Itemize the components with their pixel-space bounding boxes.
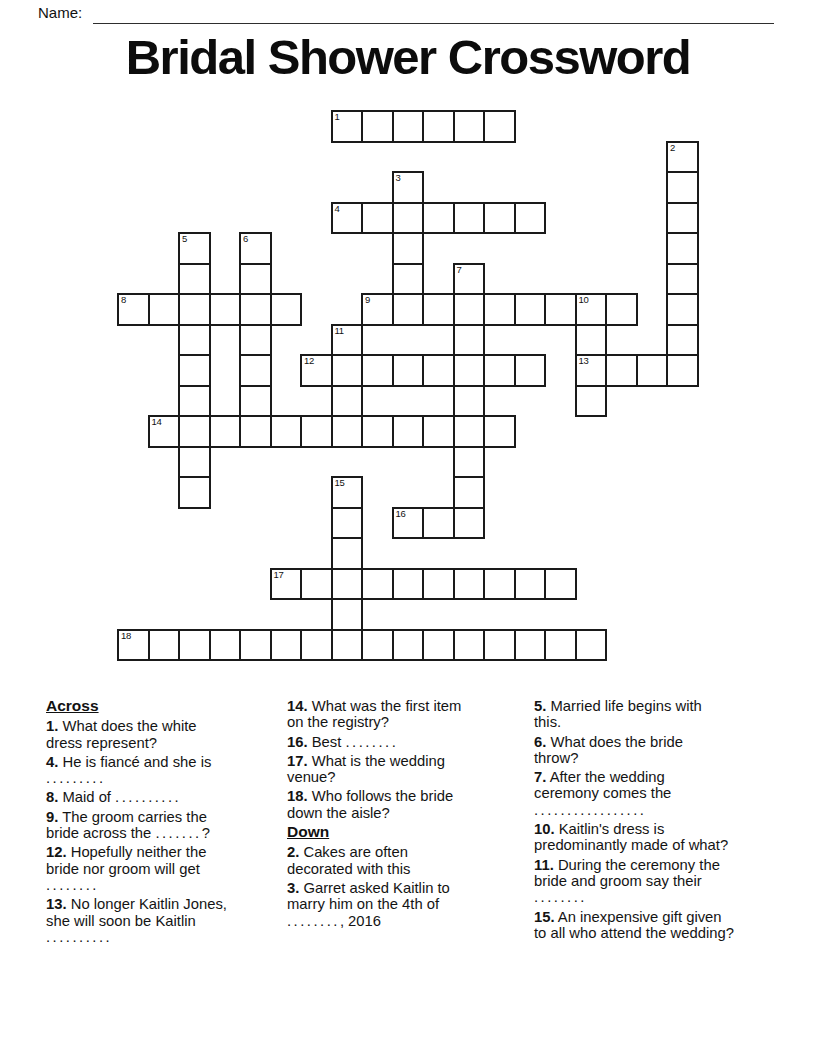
clue-num-label: 18. bbox=[287, 788, 308, 804]
clue-number: 15 bbox=[335, 477, 345, 488]
clue-number: 5 bbox=[182, 233, 187, 244]
grid-cell[interactable] bbox=[483, 110, 516, 143]
grid-cell[interactable] bbox=[239, 415, 272, 448]
grid-cell[interactable] bbox=[605, 354, 638, 387]
grid-cell[interactable] bbox=[331, 568, 364, 601]
clue-number: 9 bbox=[365, 294, 370, 305]
clue-text: The groom carries the bride across the .… bbox=[46, 809, 210, 841]
grid-cell[interactable] bbox=[270, 293, 303, 326]
clue-num-label: 6. bbox=[534, 734, 546, 750]
clue-num-label: 10. bbox=[534, 821, 555, 837]
grid-cell[interactable] bbox=[209, 293, 242, 326]
grid-cell[interactable] bbox=[239, 263, 272, 296]
clue-across-9: 9. The groom carries the bride across th… bbox=[46, 809, 278, 842]
grid-cell[interactable] bbox=[483, 202, 516, 235]
grid-cell[interactable] bbox=[148, 293, 181, 326]
clue-num-label: 12. bbox=[46, 844, 67, 860]
clue-num-label: 3. bbox=[287, 880, 299, 896]
grid-cell[interactable] bbox=[453, 110, 486, 143]
clue-across-12: 12. Hopefully neither the bride nor groo… bbox=[46, 844, 278, 893]
clue-number: 3 bbox=[396, 172, 401, 183]
grid-cell[interactable] bbox=[300, 629, 333, 662]
grid-cell[interactable] bbox=[514, 293, 547, 326]
clue-text: Best ........ bbox=[308, 734, 399, 750]
grid-cell[interactable] bbox=[483, 293, 516, 326]
clue-number: 16 bbox=[396, 508, 406, 519]
clue-number: 8 bbox=[121, 294, 126, 305]
grid-cell[interactable]: 10 bbox=[575, 293, 608, 326]
clue-across-17: 17. What is the wedding venue? bbox=[287, 753, 521, 786]
grid-cell[interactable] bbox=[331, 507, 364, 540]
grid-cell[interactable] bbox=[392, 110, 425, 143]
grid-cell[interactable] bbox=[422, 202, 455, 235]
grid-cell[interactable] bbox=[331, 629, 364, 662]
clues-column-2: 14. What was the first item on the regis… bbox=[287, 698, 521, 932]
clue-num-label: 7. bbox=[534, 769, 546, 785]
across-heading: Across bbox=[46, 698, 278, 714]
grid-cell[interactable] bbox=[209, 629, 242, 662]
grid-cell[interactable]: 6 bbox=[239, 232, 272, 265]
clue-across-8: 8. Maid of .......... bbox=[46, 789, 278, 805]
clue-num-label: 8. bbox=[46, 789, 58, 805]
grid-cell[interactable] bbox=[361, 629, 394, 662]
grid-cell[interactable]: 16 bbox=[392, 507, 425, 540]
grid-cell[interactable] bbox=[331, 598, 364, 631]
page-title: Bridal Shower Crossword bbox=[0, 28, 816, 87]
name-label: Name: bbox=[38, 4, 82, 21]
grid-cell[interactable] bbox=[331, 385, 364, 418]
clue-text: No longer Kaitlin Jones, she will soon b… bbox=[46, 896, 227, 945]
grid-cell[interactable] bbox=[239, 324, 272, 357]
grid-cell[interactable] bbox=[575, 385, 608, 418]
grid-cell[interactable] bbox=[361, 110, 394, 143]
clue-num-label: 1. bbox=[46, 718, 58, 734]
clue-number: 6 bbox=[243, 233, 248, 244]
grid-cell[interactable] bbox=[178, 324, 211, 357]
grid-cell[interactable] bbox=[300, 415, 333, 448]
grid-cell[interactable] bbox=[239, 293, 272, 326]
clue-num-label: 17. bbox=[287, 753, 308, 769]
grid-cell[interactable] bbox=[422, 568, 455, 601]
grid-cell[interactable] bbox=[422, 415, 455, 448]
grid-cell[interactable] bbox=[361, 202, 394, 235]
clue-text: After the wedding ceremony comes the ...… bbox=[534, 769, 671, 818]
grid-cell[interactable] bbox=[178, 354, 211, 387]
grid-cell[interactable]: 4 bbox=[331, 202, 364, 235]
grid-cell[interactable] bbox=[392, 263, 425, 296]
clue-text: Kaitlin's dress is predominantly made of… bbox=[534, 821, 728, 853]
clue-across-18: 18. Who follows the bride down the aisle… bbox=[287, 788, 521, 821]
grid-cell[interactable] bbox=[239, 354, 272, 387]
clue-across-14: 14. What was the first item on the regis… bbox=[287, 698, 521, 731]
down-heading: Down bbox=[287, 824, 521, 840]
grid-cell[interactable]: 14 bbox=[148, 415, 181, 448]
grid-cell[interactable] bbox=[178, 415, 211, 448]
grid-cell[interactable]: 2 bbox=[666, 141, 699, 174]
grid-cell[interactable] bbox=[666, 232, 699, 265]
grid-cell[interactable]: 12 bbox=[300, 354, 333, 387]
clue-text: What is the wedding venue? bbox=[287, 753, 445, 785]
clue-text: Hopefully neither the bride nor groom wi… bbox=[46, 844, 206, 893]
grid-cell[interactable] bbox=[453, 507, 486, 540]
clues-column-1: Across1. What does the white dress repre… bbox=[46, 698, 278, 948]
clue-num-label: 14. bbox=[287, 698, 308, 714]
clue-text: Who follows the bride down the aisle? bbox=[287, 788, 453, 820]
grid-cell[interactable] bbox=[239, 629, 272, 662]
clue-number: 4 bbox=[335, 203, 340, 214]
grid-cell[interactable] bbox=[148, 629, 181, 662]
clue-across-16: 16. Best ........ bbox=[287, 734, 521, 750]
grid-cell[interactable] bbox=[483, 568, 516, 601]
grid-cell[interactable] bbox=[331, 537, 364, 570]
clue-num-label: 16. bbox=[287, 734, 308, 750]
grid-cell[interactable] bbox=[392, 202, 425, 235]
grid-cell[interactable] bbox=[453, 293, 486, 326]
grid-cell[interactable] bbox=[361, 568, 394, 601]
clue-text: An inexpensive gift given to all who att… bbox=[534, 909, 734, 941]
grid-cell[interactable] bbox=[422, 293, 455, 326]
clue-number: 18 bbox=[121, 630, 131, 641]
grid-cell[interactable] bbox=[636, 354, 669, 387]
grid-cell[interactable] bbox=[666, 171, 699, 204]
grid-cell[interactable] bbox=[453, 202, 486, 235]
grid-cell[interactable] bbox=[270, 415, 303, 448]
clue-across-1: 1. What does the white dress represent? bbox=[46, 718, 278, 751]
clue-number: 10 bbox=[579, 294, 589, 305]
grid-cell[interactable]: 17 bbox=[270, 568, 303, 601]
grid-cell[interactable] bbox=[270, 629, 303, 662]
clue-number: 12 bbox=[304, 355, 314, 366]
crossword-grid: 123456789101112131415161718 bbox=[117, 110, 698, 661]
grid-cell[interactable]: 9 bbox=[361, 293, 394, 326]
grid-cell[interactable] bbox=[178, 476, 211, 509]
grid-cell[interactable] bbox=[331, 415, 364, 448]
grid-cell[interactable] bbox=[483, 415, 516, 448]
grid-cell[interactable] bbox=[331, 354, 364, 387]
clue-text: What does the bride throw? bbox=[534, 734, 683, 766]
grid-cell[interactable]: 15 bbox=[331, 476, 364, 509]
grid-cell[interactable] bbox=[514, 568, 547, 601]
clue-down-15: 15. An inexpensive gift given to all who… bbox=[534, 909, 796, 942]
clue-across-4: 4. He is fiancé and she is ......... bbox=[46, 754, 278, 787]
grid-cell[interactable] bbox=[483, 629, 516, 662]
grid-cell[interactable] bbox=[453, 415, 486, 448]
clue-text: Married life begins with this. bbox=[534, 698, 702, 730]
grid-cell[interactable] bbox=[666, 202, 699, 235]
clue-down-3: 3. Garret asked Kaitlin to marry him on … bbox=[287, 880, 521, 929]
clue-num-label: 13. bbox=[46, 896, 67, 912]
clue-num-label: 9. bbox=[46, 809, 58, 825]
grid-cell[interactable] bbox=[392, 629, 425, 662]
grid-cell[interactable] bbox=[544, 568, 577, 601]
grid-cell[interactable]: 5 bbox=[178, 232, 211, 265]
grid-cell[interactable] bbox=[422, 507, 455, 540]
grid-cell[interactable] bbox=[361, 354, 394, 387]
clue-down-11: 11. During the ceremony the bride and gr… bbox=[534, 857, 796, 906]
grid-cell[interactable] bbox=[300, 568, 333, 601]
clue-text: Maid of .......... bbox=[58, 789, 181, 805]
grid-cell[interactable] bbox=[453, 629, 486, 662]
grid-cell[interactable]: 8 bbox=[117, 293, 150, 326]
grid-cell[interactable] bbox=[178, 263, 211, 296]
grid-cell[interactable] bbox=[422, 354, 455, 387]
grid-cell[interactable] bbox=[392, 232, 425, 265]
clue-number: 14 bbox=[152, 416, 162, 427]
grid-cell[interactable] bbox=[453, 324, 486, 357]
clue-num-label: 4. bbox=[46, 754, 58, 770]
grid-cell[interactable] bbox=[544, 293, 577, 326]
clue-text: What was the first item on the registry? bbox=[287, 698, 461, 730]
grid-cell[interactable] bbox=[361, 415, 394, 448]
clue-text: He is fiancé and she is ......... bbox=[46, 754, 211, 786]
clue-down-6: 6. What does the bride throw? bbox=[534, 734, 796, 767]
clue-text: What does the white dress represent? bbox=[46, 718, 197, 750]
clue-number: 17 bbox=[274, 569, 284, 580]
grid-cell[interactable]: 18 bbox=[117, 629, 150, 662]
clues-column-3: 5. Married life begins with this.6. What… bbox=[534, 698, 796, 944]
grid-cell[interactable] bbox=[666, 324, 699, 357]
clue-down-2: 2. Cakes are often decorated with this bbox=[287, 844, 521, 877]
clue-text: Cakes are often decorated with this bbox=[287, 844, 410, 876]
grid-cell[interactable] bbox=[453, 354, 486, 387]
grid-cell[interactable] bbox=[178, 629, 211, 662]
clue-number: 13 bbox=[579, 355, 589, 366]
grid-cell[interactable] bbox=[514, 202, 547, 235]
grid-cell[interactable] bbox=[453, 568, 486, 601]
clue-num-label: 2. bbox=[287, 844, 299, 860]
grid-cell[interactable] bbox=[605, 293, 638, 326]
grid-cell[interactable] bbox=[666, 354, 699, 387]
name-input-line[interactable] bbox=[93, 23, 774, 24]
grid-cell[interactable] bbox=[209, 415, 242, 448]
grid-cell[interactable] bbox=[453, 446, 486, 479]
clue-down-10: 10. Kaitlin's dress is predominantly mad… bbox=[534, 821, 796, 854]
worksheet-page: Name: Bridal Shower Crossword 1234567891… bbox=[0, 0, 816, 1056]
clue-down-7: 7. After the wedding ceremony comes the … bbox=[534, 769, 796, 818]
grid-cell[interactable]: 13 bbox=[575, 354, 608, 387]
grid-cell[interactable]: 11 bbox=[331, 324, 364, 357]
clue-text: During the ceremony the bride and groom … bbox=[534, 857, 720, 906]
grid-cell[interactable] bbox=[392, 568, 425, 601]
grid-cell[interactable] bbox=[483, 354, 516, 387]
clue-num-label: 11. bbox=[534, 857, 554, 873]
grid-cell[interactable] bbox=[178, 446, 211, 479]
grid-cell[interactable] bbox=[666, 293, 699, 326]
grid-cell[interactable] bbox=[178, 385, 211, 418]
grid-cell[interactable] bbox=[392, 415, 425, 448]
clue-number: 11 bbox=[335, 325, 344, 336]
clue-down-5: 5. Married life begins with this. bbox=[534, 698, 796, 731]
grid-cell[interactable] bbox=[514, 354, 547, 387]
clue-num-label: 15. bbox=[534, 909, 555, 925]
grid-cell[interactable] bbox=[575, 324, 608, 357]
grid-cell[interactable] bbox=[422, 110, 455, 143]
grid-cell[interactable] bbox=[666, 263, 699, 296]
grid-cell[interactable] bbox=[422, 629, 455, 662]
grid-cell[interactable] bbox=[453, 385, 486, 418]
grid-cell[interactable] bbox=[544, 629, 577, 662]
grid-cell[interactable] bbox=[392, 293, 425, 326]
grid-cell[interactable] bbox=[575, 629, 608, 662]
clue-text: Garret asked Kaitlin to marry him on the… bbox=[287, 880, 450, 929]
grid-cell[interactable] bbox=[514, 629, 547, 662]
clue-number: 1 bbox=[335, 111, 340, 122]
clue-number: 2 bbox=[670, 142, 675, 153]
grid-cell[interactable] bbox=[178, 293, 211, 326]
grid-cell[interactable] bbox=[453, 476, 486, 509]
grid-cell[interactable]: 7 bbox=[453, 263, 486, 296]
grid-cell[interactable]: 3 bbox=[392, 171, 425, 204]
clue-num-label: 5. bbox=[534, 698, 546, 714]
grid-cell[interactable] bbox=[392, 354, 425, 387]
clue-across-13: 13. No longer Kaitlin Jones, she will so… bbox=[46, 896, 278, 945]
grid-cell[interactable] bbox=[239, 385, 272, 418]
grid-cell[interactable]: 1 bbox=[331, 110, 364, 143]
clue-number: 7 bbox=[457, 264, 462, 275]
